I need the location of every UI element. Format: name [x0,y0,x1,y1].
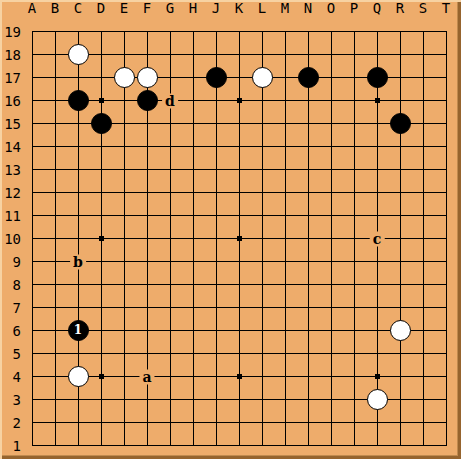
col-label-r: R [391,1,409,15]
row-label-18: 18 [0,48,21,62]
col-label-j: J [207,1,225,15]
col-label-e: E [115,1,133,15]
row-label-6: 6 [0,324,21,338]
star-point-d16 [99,98,104,103]
row-label-17: 17 [0,71,21,85]
stone-white-c4 [68,366,89,387]
stone-black-n17 [298,67,319,88]
col-label-b: B [46,1,64,15]
stone-white-l17 [252,67,273,88]
star-point-d10 [99,236,104,241]
move-number-1: 1 [74,324,82,336]
row-label-5: 5 [0,347,21,361]
stone-black-c6: 1 [68,320,89,341]
row-label-16: 16 [0,94,21,108]
row-label-4: 4 [0,370,21,384]
col-label-k: K [230,1,248,15]
row-label-9: 9 [0,255,21,269]
col-label-a: A [23,1,41,15]
col-label-h: H [184,1,202,15]
stone-black-j17 [206,67,227,88]
star-point-q4 [375,374,380,379]
col-label-f: F [138,1,156,15]
stone-white-e17 [114,67,135,88]
col-label-m: M [276,1,294,15]
col-label-n: N [299,1,317,15]
stone-white-c18 [68,44,89,65]
point-label-c: c [370,231,385,246]
stone-white-f17 [137,67,158,88]
stone-black-q17 [367,67,388,88]
col-label-p: P [345,1,363,15]
row-label-13: 13 [0,163,21,177]
row-label-3: 3 [0,393,21,407]
row-label-8: 8 [0,278,21,292]
point-label-a: a [139,369,154,384]
col-label-l: L [253,1,271,15]
row-label-11: 11 [0,209,21,223]
col-label-d: D [92,1,110,15]
stone-white-q3 [367,389,388,410]
row-label-2: 2 [0,416,21,430]
row-label-10: 10 [0,232,21,246]
stone-black-f16 [137,90,158,111]
row-label-7: 7 [0,301,21,315]
star-point-d4 [99,374,104,379]
stone-white-r6 [390,320,411,341]
star-point-k16 [237,98,242,103]
star-point-k4 [237,374,242,379]
star-point-q16 [375,98,380,103]
col-label-t: T [437,1,455,15]
col-label-c: C [69,1,87,15]
star-point-k10 [237,236,242,241]
row-label-1: 1 [0,439,21,453]
row-label-15: 15 [0,117,21,131]
stone-black-r15 [390,113,411,134]
stone-black-c16 [68,90,89,111]
go-board-diagram: ABCDEFGHJKLMNOPQRST191817161514131211109… [0,0,461,459]
col-label-s: S [414,1,432,15]
col-label-o: O [322,1,340,15]
point-label-b: b [70,254,86,269]
row-label-12: 12 [0,186,21,200]
point-label-d: d [162,93,178,108]
stone-black-d15 [91,113,112,134]
row-label-19: 19 [0,25,21,39]
row-label-14: 14 [0,140,21,154]
col-label-g: G [161,1,179,15]
col-label-q: Q [368,1,386,15]
